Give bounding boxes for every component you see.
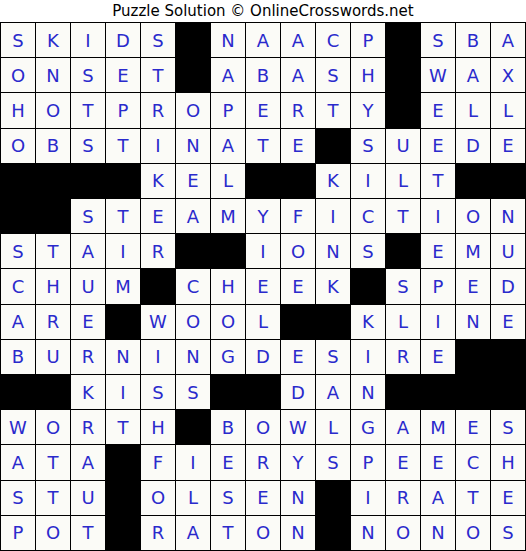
letter-cell-r3c11[interactable]: Y [351,93,385,127]
black-cell-r11c15 [491,375,525,409]
letter-cell-r3c14[interactable]: L [456,93,490,127]
black-cell-r3c12 [386,93,420,127]
letter-cell-r14c14[interactable]: T [456,481,490,515]
letter-cell-r14c11[interactable]: I [351,481,385,515]
letter-cell-r4c2[interactable]: B [36,129,70,163]
letter-cell-r14c5[interactable]: O [141,481,175,515]
letter-cell-r11c9[interactable]: D [281,375,315,409]
letter-cell-r15c7[interactable]: T [211,516,245,550]
letter-cell-r4c7[interactable]: A [211,129,245,163]
letter-cell-r6c3[interactable]: S [71,199,105,233]
letter-cell-r6c13[interactable]: I [421,199,455,233]
letter-cell-r14c6[interactable]: L [176,481,210,515]
letter-cell-r11c5[interactable]: S [141,375,175,409]
letter-cell-r5c5[interactable]: K [141,164,175,198]
black-cell-r7c7 [211,234,245,268]
letter-cell-r5c11[interactable]: I [351,164,385,198]
letter-cell-r9c3[interactable]: E [71,305,105,339]
letter-cell-r2c1[interactable]: O [1,58,35,92]
letter-cell-r3c7[interactable]: P [211,93,245,127]
letter-cell-r1c5[interactable]: S [141,23,175,57]
black-cell-r11c2 [36,375,70,409]
letter-cell-r2c4[interactable]: E [106,58,140,92]
letter-cell-r1c7[interactable]: N [211,23,245,57]
letter-cell-r10c12[interactable]: R [386,340,420,374]
letter-cell-r6c14[interactable]: O [456,199,490,233]
letter-cell-r4c15[interactable]: E [491,129,525,163]
letter-cell-r12c9[interactable]: W [281,410,315,444]
black-cell-r7c12 [386,234,420,268]
letter-cell-r8c1[interactable]: C [1,269,35,303]
letter-cell-r6c8[interactable]: Y [246,199,280,233]
letter-cell-r12c13[interactable]: M [421,410,455,444]
letter-cell-r3c6[interactable]: O [176,93,210,127]
letter-cell-r7c11[interactable]: S [351,234,385,268]
letter-cell-r9c1[interactable]: A [1,305,35,339]
black-cell-r5c15 [491,164,525,198]
letter-cell-r1c4[interactable]: D [106,23,140,57]
letter-cell-r12c10[interactable]: L [316,410,350,444]
letter-cell-r10c8[interactable]: D [246,340,280,374]
letter-cell-r3c15[interactable]: L [491,93,525,127]
letter-cell-r12c8[interactable]: O [246,410,280,444]
letter-cell-r13c13[interactable]: E [421,445,455,479]
letter-cell-r10c2[interactable]: U [36,340,70,374]
black-cell-r11c13 [421,375,455,409]
letter-cell-r14c8[interactable]: E [246,481,280,515]
letter-cell-r13c14[interactable]: C [456,445,490,479]
letter-cell-r15c1[interactable]: P [1,516,35,550]
letter-cell-r1c9[interactable]: A [281,23,315,57]
letter-cell-r1c13[interactable]: S [421,23,455,57]
letter-cell-r2c13[interactable]: W [421,58,455,92]
letter-cell-r5c13[interactable]: T [421,164,455,198]
letter-cell-r14c2[interactable]: T [36,481,70,515]
crossword-grid: SKIDSNAACPSBAONSETABASHWAXHOTPROPERTYELL… [0,22,526,551]
letter-cell-r7c14[interactable]: M [456,234,490,268]
letter-cell-r4c5[interactable]: I [141,129,175,163]
letter-cell-r9c5[interactable]: W [141,305,175,339]
black-cell-r14c4 [106,481,140,515]
letter-cell-r15c6[interactable]: A [176,516,210,550]
letter-cell-r9c2[interactable]: R [36,305,70,339]
letter-cell-r6c12[interactable]: T [386,199,420,233]
letter-cell-r8c8[interactable]: E [246,269,280,303]
letter-cell-r13c12[interactable]: E [386,445,420,479]
black-cell-r14c10 [316,481,350,515]
letter-cell-r15c15[interactable]: S [491,516,525,550]
letter-cell-r12c3[interactable]: R [71,410,105,444]
letter-cell-r13c11[interactable]: P [351,445,385,479]
letter-cell-r3c3[interactable]: T [71,93,105,127]
letter-cell-r2c11[interactable]: H [351,58,385,92]
letter-cell-r6c5[interactable]: E [141,199,175,233]
letter-cell-r13c8[interactable]: R [246,445,280,479]
letter-cell-r12c12[interactable]: A [386,410,420,444]
letter-cell-r7c1[interactable]: S [1,234,35,268]
letter-cell-r9c15[interactable]: E [491,305,525,339]
letter-cell-r10c5[interactable]: I [141,340,175,374]
letter-cell-r2c15[interactable]: X [491,58,525,92]
page-title: Puzzle Solution © OnlineCrosswords.net [0,0,526,22]
letter-cell-r1c11[interactable]: P [351,23,385,57]
letter-cell-r6c6[interactable]: A [176,199,210,233]
letter-cell-r2c7[interactable]: A [211,58,245,92]
black-cell-r5c4 [106,164,140,198]
letter-cell-r2c10[interactable]: S [316,58,350,92]
puzzle-solution-page: Puzzle Solution © OnlineCrosswords.net S… [0,0,526,551]
letter-cell-r14c13[interactable]: A [421,481,455,515]
letter-cell-r7c4[interactable]: I [106,234,140,268]
letter-cell-r8c15[interactable]: D [491,269,525,303]
letter-cell-r7c5[interactable]: R [141,234,175,268]
letter-cell-r3c10[interactable]: T [316,93,350,127]
letter-cell-r1c1[interactable]: S [1,23,35,57]
letter-cell-r8c12[interactable]: S [386,269,420,303]
letter-cell-r12c7[interactable]: B [211,410,245,444]
letter-cell-r8c13[interactable]: P [421,269,455,303]
black-cell-r5c1 [1,164,35,198]
black-cell-r10c15 [491,340,525,374]
letter-cell-r9c13[interactable]: I [421,305,455,339]
letter-cell-r15c5[interactable]: R [141,516,175,550]
letter-cell-r6c4[interactable]: T [106,199,140,233]
letter-cell-r4c3[interactable]: S [71,129,105,163]
letter-cell-r10c13[interactable]: E [421,340,455,374]
letter-cell-r11c10[interactable]: A [316,375,350,409]
letter-cell-r4c11[interactable]: S [351,129,385,163]
black-cell-r11c1 [1,375,35,409]
letter-cell-r8c6[interactable]: C [176,269,210,303]
letter-cell-r4c8[interactable]: T [246,129,280,163]
letter-cell-r14c7[interactable]: S [211,481,245,515]
letter-cell-r2c3[interactable]: S [71,58,105,92]
letter-cell-r2c8[interactable]: B [246,58,280,92]
letter-cell-r14c3[interactable]: U [71,481,105,515]
letter-cell-r8c10[interactable]: K [316,269,350,303]
letter-cell-r13c5[interactable]: F [141,445,175,479]
black-cell-r5c2 [36,164,70,198]
letter-cell-r7c10[interactable]: N [316,234,350,268]
black-cell-r6c2 [36,199,70,233]
black-cell-r9c10 [316,305,350,339]
letter-cell-r8c14[interactable]: E [456,269,490,303]
letter-cell-r1c14[interactable]: B [456,23,490,57]
letter-cell-r15c13[interactable]: N [421,516,455,550]
letter-cell-r13c15[interactable]: H [491,445,525,479]
letter-cell-r9c14[interactable]: N [456,305,490,339]
black-cell-r5c14 [456,164,490,198]
letter-cell-r8c3[interactable]: U [71,269,105,303]
black-cell-r7c6 [176,234,210,268]
black-cell-r11c7 [211,375,245,409]
letter-cell-r14c9[interactable]: N [281,481,315,515]
letter-cell-r7c8[interactable]: I [246,234,280,268]
black-cell-r13c4 [106,445,140,479]
letter-cell-r6c10[interactable]: I [316,199,350,233]
letter-cell-r11c4[interactable]: I [106,375,140,409]
letter-cell-r4c4[interactable]: T [106,129,140,163]
letter-cell-r8c7[interactable]: H [211,269,245,303]
letter-cell-r3c2[interactable]: O [36,93,70,127]
letter-cell-r14c12[interactable]: R [386,481,420,515]
letter-cell-r13c10[interactable]: S [316,445,350,479]
letter-cell-r15c8[interactable]: O [246,516,280,550]
letter-cell-r15c2[interactable]: O [36,516,70,550]
letter-cell-r11c3[interactable]: K [71,375,105,409]
black-cell-r15c4 [106,516,140,550]
letter-cell-r9c7[interactable]: O [211,305,245,339]
letter-cell-r10c11[interactable]: I [351,340,385,374]
letter-cell-r5c10[interactable]: K [316,164,350,198]
black-cell-r2c6 [176,58,210,92]
letter-cell-r4c12[interactable]: U [386,129,420,163]
letter-cell-r2c9[interactable]: A [281,58,315,92]
letter-cell-r1c8[interactable]: A [246,23,280,57]
letter-cell-r3c5[interactable]: R [141,93,175,127]
letter-cell-r11c6[interactable]: S [176,375,210,409]
letter-cell-r3c8[interactable]: E [246,93,280,127]
letter-cell-r12c15[interactable]: S [491,410,525,444]
letter-cell-r1c15[interactable]: A [491,23,525,57]
letter-cell-r8c4[interactable]: M [106,269,140,303]
letter-cell-r2c5[interactable]: T [141,58,175,92]
black-cell-r8c5 [141,269,175,303]
letter-cell-r5c7[interactable]: L [211,164,245,198]
letter-cell-r8c9[interactable]: E [281,269,315,303]
letter-cell-r4c13[interactable]: E [421,129,455,163]
black-cell-r6c1 [1,199,35,233]
letter-cell-r9c8[interactable]: L [246,305,280,339]
letter-cell-r13c3[interactable]: A [71,445,105,479]
letter-cell-r9c11[interactable]: K [351,305,385,339]
letter-cell-r12c5[interactable]: H [141,410,175,444]
black-cell-r9c9 [281,305,315,339]
letter-cell-r12c2[interactable]: O [36,410,70,444]
letter-cell-r14c15[interactable]: E [491,481,525,515]
black-cell-r5c9 [281,164,315,198]
letter-cell-r6c9[interactable]: F [281,199,315,233]
letter-cell-r12c1[interactable]: W [1,410,35,444]
black-cell-r15c10 [316,516,350,550]
black-cell-r10c14 [456,340,490,374]
black-cell-r1c12 [386,23,420,57]
letter-cell-r6c7[interactable]: M [211,199,245,233]
letter-cell-r4c1[interactable]: O [1,129,35,163]
letter-cell-r15c14[interactable]: O [456,516,490,550]
letter-cell-r5c12[interactable]: L [386,164,420,198]
black-cell-r11c14 [456,375,490,409]
letter-cell-r13c7[interactable]: E [211,445,245,479]
black-cell-r12c6 [176,410,210,444]
letter-cell-r15c11[interactable]: N [351,516,385,550]
letter-cell-r2c14[interactable]: A [456,58,490,92]
black-cell-r5c3 [71,164,105,198]
letter-cell-r3c1[interactable]: H [1,93,35,127]
letter-cell-r4c9[interactable]: E [281,129,315,163]
letter-cell-r10c7[interactable]: G [211,340,245,374]
letter-cell-r3c13[interactable]: E [421,93,455,127]
letter-cell-r7c13[interactable]: E [421,234,455,268]
letter-cell-r10c4[interactable]: N [106,340,140,374]
letter-cell-r13c1[interactable]: A [1,445,35,479]
letter-cell-r6c11[interactable]: C [351,199,385,233]
letter-cell-r13c9[interactable]: Y [281,445,315,479]
letter-cell-r3c4[interactable]: P [106,93,140,127]
letter-cell-r5c6[interactable]: E [176,164,210,198]
letter-cell-r1c2[interactable]: K [36,23,70,57]
letter-cell-r13c2[interactable]: T [36,445,70,479]
letter-cell-r14c1[interactable]: S [1,481,35,515]
black-cell-r2c12 [386,58,420,92]
letter-cell-r6c15[interactable]: N [491,199,525,233]
letter-cell-r10c10[interactable]: S [316,340,350,374]
black-cell-r5c8 [246,164,280,198]
black-cell-r1c6 [176,23,210,57]
letter-cell-r12c4[interactable]: T [106,410,140,444]
letter-cell-r4c14[interactable]: D [456,129,490,163]
letter-cell-r15c9[interactable]: N [281,516,315,550]
letter-cell-r7c9[interactable]: O [281,234,315,268]
letter-cell-r15c3[interactable]: T [71,516,105,550]
black-cell-r11c12 [386,375,420,409]
letter-cell-r3c9[interactable]: R [281,93,315,127]
letter-cell-r7c2[interactable]: T [36,234,70,268]
letter-cell-r9c12[interactable]: L [386,305,420,339]
letter-cell-r10c9[interactable]: E [281,340,315,374]
black-cell-r9c4 [106,305,140,339]
letter-cell-r2c2[interactable]: N [36,58,70,92]
letter-cell-r10c1[interactable]: B [1,340,35,374]
letter-cell-r8c2[interactable]: H [36,269,70,303]
letter-cell-r12c11[interactable]: G [351,410,385,444]
letter-cell-r10c3[interactable]: R [71,340,105,374]
letter-cell-r12c14[interactable]: E [456,410,490,444]
letter-cell-r9c6[interactable]: O [176,305,210,339]
letter-cell-r11c11[interactable]: N [351,375,385,409]
letter-cell-r4c6[interactable]: N [176,129,210,163]
letter-cell-r7c15[interactable]: U [491,234,525,268]
letter-cell-r1c10[interactable]: C [316,23,350,57]
black-cell-r8c11 [351,269,385,303]
letter-cell-r1c3[interactable]: I [71,23,105,57]
letter-cell-r15c12[interactable]: O [386,516,420,550]
letter-cell-r13c6[interactable]: I [176,445,210,479]
black-cell-r11c8 [246,375,280,409]
black-cell-r4c10 [316,129,350,163]
letter-cell-r7c3[interactable]: A [71,234,105,268]
letter-cell-r10c6[interactable]: N [176,340,210,374]
